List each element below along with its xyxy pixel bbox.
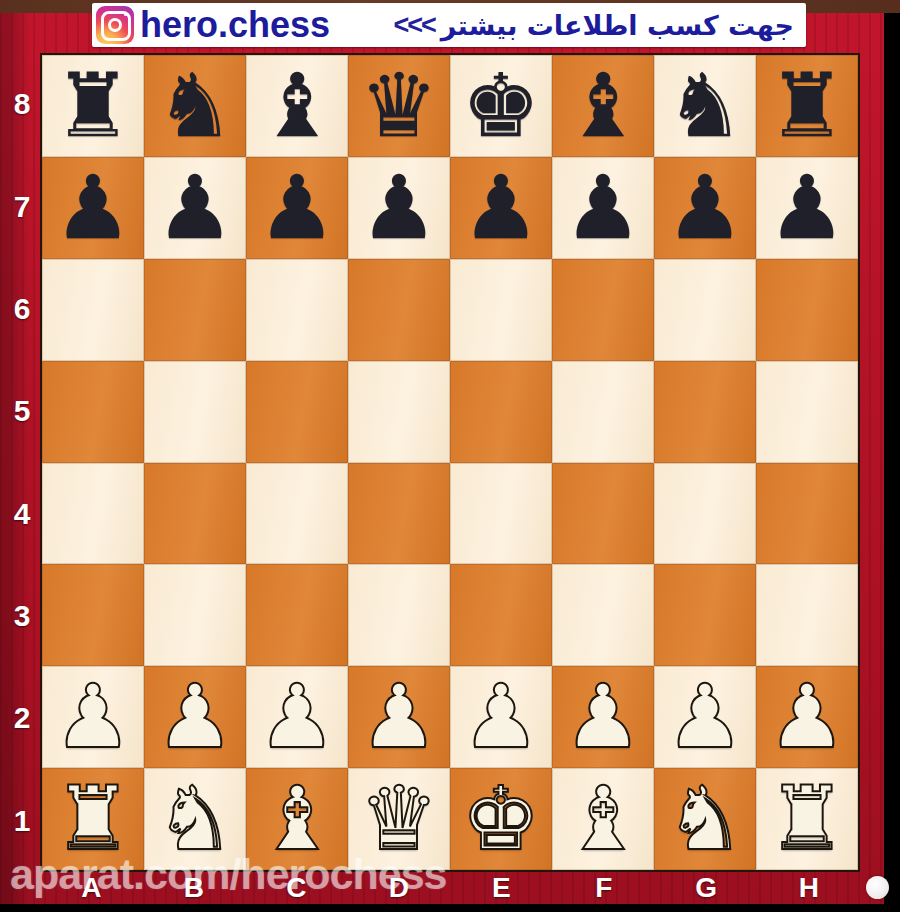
- square-a6[interactable]: [42, 259, 144, 361]
- square-f8[interactable]: ♝: [552, 55, 654, 157]
- piece-black-pawn[interactable]: ♟: [462, 164, 541, 252]
- square-h8[interactable]: ♜: [756, 55, 858, 157]
- square-g4[interactable]: [654, 463, 756, 565]
- piece-white-rook[interactable]: ♜: [768, 775, 847, 863]
- square-h2[interactable]: ♟: [756, 666, 858, 768]
- piece-black-king[interactable]: ♚: [462, 62, 541, 150]
- square-d2[interactable]: ♟: [348, 666, 450, 768]
- piece-white-bishop[interactable]: ♝: [564, 775, 643, 863]
- square-c8[interactable]: ♝: [246, 55, 348, 157]
- piece-black-rook[interactable]: ♜: [768, 62, 847, 150]
- square-a8[interactable]: ♜: [42, 55, 144, 157]
- square-f1[interactable]: ♝: [552, 768, 654, 870]
- instagram-icon: [96, 6, 134, 44]
- piece-black-pawn[interactable]: ♟: [156, 164, 235, 252]
- square-c2[interactable]: ♟: [246, 666, 348, 768]
- square-g6[interactable]: [654, 259, 756, 361]
- square-d8[interactable]: ♛: [348, 55, 450, 157]
- square-d6[interactable]: [348, 259, 450, 361]
- piece-white-pawn[interactable]: ♟: [360, 673, 439, 761]
- piece-black-bishop[interactable]: ♝: [258, 62, 337, 150]
- square-e5[interactable]: [450, 361, 552, 463]
- instagram-handle: hero.chess: [140, 4, 330, 46]
- file-label-f: F: [553, 871, 656, 904]
- watermark-text: aparat.com/herochess: [10, 850, 446, 899]
- piece-black-pawn[interactable]: ♟: [360, 164, 439, 252]
- piece-white-pawn[interactable]: ♟: [564, 673, 643, 761]
- square-b6[interactable]: [144, 259, 246, 361]
- square-c6[interactable]: [246, 259, 348, 361]
- rank-label-8: 8: [0, 53, 40, 155]
- piece-white-knight[interactable]: ♞: [666, 775, 745, 863]
- square-g8[interactable]: ♞: [654, 55, 756, 157]
- square-g5[interactable]: [654, 361, 756, 463]
- rank-label-6: 6: [0, 258, 40, 360]
- square-c5[interactable]: [246, 361, 348, 463]
- promo-arrows: <<<: [394, 10, 435, 41]
- piece-black-pawn[interactable]: ♟: [564, 164, 643, 252]
- square-g7[interactable]: ♟: [654, 157, 756, 259]
- square-a5[interactable]: [42, 361, 144, 463]
- piece-black-bishop[interactable]: ♝: [564, 62, 643, 150]
- header-banner: hero.chess <<< جهت کسب اطلاعات بیشتر: [92, 3, 806, 47]
- square-e8[interactable]: ♚: [450, 55, 552, 157]
- square-c7[interactable]: ♟: [246, 157, 348, 259]
- square-f6[interactable]: [552, 259, 654, 361]
- rank-label-2: 2: [0, 667, 40, 769]
- piece-black-knight[interactable]: ♞: [156, 62, 235, 150]
- file-label-h: H: [758, 871, 861, 904]
- square-b7[interactable]: ♟: [144, 157, 246, 259]
- piece-white-pawn[interactable]: ♟: [258, 673, 337, 761]
- square-h6[interactable]: [756, 259, 858, 361]
- piece-black-knight[interactable]: ♞: [666, 62, 745, 150]
- square-d5[interactable]: [348, 361, 450, 463]
- square-d7[interactable]: ♟: [348, 157, 450, 259]
- rank-label-7: 7: [0, 155, 40, 257]
- piece-black-pawn[interactable]: ♟: [258, 164, 337, 252]
- square-g3[interactable]: [654, 564, 756, 666]
- square-e4[interactable]: [450, 463, 552, 565]
- square-h5[interactable]: [756, 361, 858, 463]
- square-c3[interactable]: [246, 564, 348, 666]
- rank-label-3: 3: [0, 565, 40, 667]
- square-h4[interactable]: [756, 463, 858, 565]
- square-g2[interactable]: ♟: [654, 666, 756, 768]
- square-c4[interactable]: [246, 463, 348, 565]
- square-b8[interactable]: ♞: [144, 55, 246, 157]
- square-b2[interactable]: ♟: [144, 666, 246, 768]
- square-a2[interactable]: ♟: [42, 666, 144, 768]
- square-f4[interactable]: [552, 463, 654, 565]
- rank-labels: 87654321: [0, 53, 40, 872]
- piece-black-pawn[interactable]: ♟: [666, 164, 745, 252]
- square-f7[interactable]: ♟: [552, 157, 654, 259]
- piece-white-pawn[interactable]: ♟: [768, 673, 847, 761]
- square-e6[interactable]: [450, 259, 552, 361]
- square-e1[interactable]: ♚: [450, 768, 552, 870]
- piece-white-pawn[interactable]: ♟: [666, 673, 745, 761]
- square-e3[interactable]: [450, 564, 552, 666]
- square-h1[interactable]: ♜: [756, 768, 858, 870]
- piece-black-pawn[interactable]: ♟: [768, 164, 847, 252]
- square-d3[interactable]: [348, 564, 450, 666]
- square-a3[interactable]: [42, 564, 144, 666]
- square-e2[interactable]: ♟: [450, 666, 552, 768]
- square-b4[interactable]: [144, 463, 246, 565]
- square-f5[interactable]: [552, 361, 654, 463]
- square-g1[interactable]: ♞: [654, 768, 756, 870]
- square-b3[interactable]: [144, 564, 246, 666]
- piece-black-queen[interactable]: ♛: [360, 62, 439, 150]
- rank-label-4: 4: [0, 463, 40, 565]
- square-h7[interactable]: ♟: [756, 157, 858, 259]
- record-dot: [866, 876, 889, 899]
- piece-black-pawn[interactable]: ♟: [54, 164, 133, 252]
- square-f3[interactable]: [552, 564, 654, 666]
- promo-text-farsi: جهت کسب اطلاعات بیشتر: [441, 10, 794, 41]
- square-a7[interactable]: ♟: [42, 157, 144, 259]
- square-d4[interactable]: [348, 463, 450, 565]
- piece-white-king[interactable]: ♚: [462, 775, 541, 863]
- square-h3[interactable]: [756, 564, 858, 666]
- chess-board: ♜♞♝♛♚♝♞♜♟♟♟♟♟♟♟♟♟♟♟♟♟♟♟♟♜♞♝♛♚♝♞♜: [40, 53, 860, 872]
- file-label-g: G: [655, 871, 758, 904]
- file-label-e: E: [450, 871, 553, 904]
- instagram-icon-lens: [108, 18, 122, 32]
- piece-black-rook[interactable]: ♜: [54, 62, 133, 150]
- square-a4[interactable]: [42, 463, 144, 565]
- square-b5[interactable]: [144, 361, 246, 463]
- piece-white-pawn[interactable]: ♟: [462, 673, 541, 761]
- square-e7[interactable]: ♟: [450, 157, 552, 259]
- piece-white-pawn[interactable]: ♟: [54, 673, 133, 761]
- rank-label-5: 5: [0, 360, 40, 462]
- instagram-icon-dot: [124, 13, 127, 16]
- piece-white-pawn[interactable]: ♟: [156, 673, 235, 761]
- square-f2[interactable]: ♟: [552, 666, 654, 768]
